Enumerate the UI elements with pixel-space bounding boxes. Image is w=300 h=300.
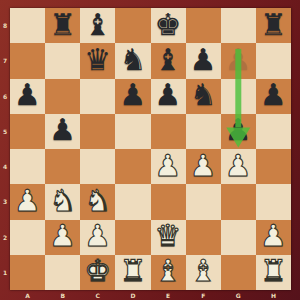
square-a3[interactable]: ♟: [10, 184, 45, 219]
square-d4[interactable]: [115, 149, 150, 184]
square-d8[interactable]: [115, 8, 150, 43]
file-label-g: G: [221, 290, 256, 300]
square-c5[interactable]: [80, 114, 115, 149]
white-bishop[interactable]: ♝: [155, 256, 182, 286]
square-f5[interactable]: [186, 114, 221, 149]
file-label-d: D: [115, 290, 150, 300]
square-f7[interactable]: ♟: [186, 43, 221, 78]
black-pawn[interactable]: ♟: [49, 115, 76, 145]
square-a5[interactable]: [10, 114, 45, 149]
white-pawn[interactable]: ♟: [14, 186, 41, 216]
rank-label-2: 2: [0, 220, 10, 255]
black-knight[interactable]: ♞: [190, 80, 217, 110]
square-a7[interactable]: [10, 43, 45, 78]
square-a8[interactable]: [10, 8, 45, 43]
square-e2[interactable]: ♛: [151, 220, 186, 255]
rank-label-4: 4: [0, 149, 10, 184]
file-label-a: A: [10, 290, 45, 300]
square-c2[interactable]: ♟: [80, 220, 115, 255]
square-g1[interactable]: [221, 255, 256, 290]
square-d6[interactable]: ♟: [115, 79, 150, 114]
black-bishop[interactable]: ♝: [84, 10, 111, 40]
white-pawn[interactable]: ♟: [190, 151, 217, 181]
square-d3[interactable]: [115, 184, 150, 219]
file-label-e: E: [151, 290, 186, 300]
white-pawn[interactable]: ♟: [84, 221, 111, 251]
square-b3[interactable]: ♞: [45, 184, 80, 219]
white-rook[interactable]: ♜: [119, 256, 146, 286]
rank-label-5: 5: [0, 114, 10, 149]
square-a1[interactable]: [10, 255, 45, 290]
square-h3[interactable]: [256, 184, 291, 219]
square-h4[interactable]: [256, 149, 291, 184]
square-c1[interactable]: ♚: [80, 255, 115, 290]
black-pawn[interactable]: ♟: [155, 80, 182, 110]
square-f3[interactable]: [186, 184, 221, 219]
black-pawn[interactable]: ♟: [260, 80, 287, 110]
black-bishop[interactable]: ♝: [155, 45, 182, 75]
square-g2[interactable]: [221, 220, 256, 255]
square-b7[interactable]: [45, 43, 80, 78]
white-knight[interactable]: ♞: [84, 186, 111, 216]
square-b6[interactable]: [45, 79, 80, 114]
file-label-b: B: [45, 290, 80, 300]
rank-label-7: 7: [0, 43, 10, 78]
square-e5[interactable]: [151, 114, 186, 149]
black-knight[interactable]: ♞: [119, 45, 146, 75]
square-a2[interactable]: [10, 220, 45, 255]
black-queen[interactable]: ♛: [84, 45, 111, 75]
square-e1[interactable]: ♝: [151, 255, 186, 290]
square-e8[interactable]: ♚: [151, 8, 186, 43]
square-f8[interactable]: [186, 8, 221, 43]
white-knight[interactable]: ♞: [49, 186, 76, 216]
square-a6[interactable]: ♟: [10, 79, 45, 114]
square-e7[interactable]: ♝: [151, 43, 186, 78]
square-g8[interactable]: [221, 8, 256, 43]
square-g5[interactable]: ♟: [221, 114, 256, 149]
square-h2[interactable]: ♟: [256, 220, 291, 255]
white-pawn[interactable]: ♟: [260, 221, 287, 251]
file-labels: ABCDEFGH: [10, 290, 291, 300]
rank-label-8: 8: [0, 8, 10, 43]
square-d2[interactable]: [115, 220, 150, 255]
square-g4[interactable]: ♟: [221, 149, 256, 184]
square-f6[interactable]: ♞: [186, 79, 221, 114]
black-pawn[interactable]: ♟: [190, 45, 217, 75]
square-d5[interactable]: [115, 114, 150, 149]
black-pawn[interactable]: ♟: [225, 115, 252, 145]
square-b5[interactable]: ♟: [45, 114, 80, 149]
chess-board-frame: 87654321 ABCDEFGH ♜♝♚♜♛♞♝♟♟♟♟♟♞♟♟♟♟♟♟♟♞♞…: [0, 0, 300, 300]
square-g7[interactable]: ♟: [221, 43, 256, 78]
rank-label-6: 6: [0, 79, 10, 114]
square-h5[interactable]: [256, 114, 291, 149]
file-label-c: C: [80, 290, 115, 300]
white-king[interactable]: ♚: [84, 256, 111, 286]
square-h6[interactable]: ♟: [256, 79, 291, 114]
ghost-pawn: ♟: [225, 45, 252, 75]
square-c6[interactable]: [80, 79, 115, 114]
square-d7[interactable]: ♞: [115, 43, 150, 78]
white-rook[interactable]: ♜: [260, 256, 287, 286]
square-c7[interactable]: ♛: [80, 43, 115, 78]
rank-label-1: 1: [0, 255, 10, 290]
square-f4[interactable]: ♟: [186, 149, 221, 184]
square-a4[interactable]: [10, 149, 45, 184]
square-f1[interactable]: ♝: [186, 255, 221, 290]
chess-board[interactable]: ♜♝♚♜♛♞♝♟♟♟♟♟♞♟♟♟♟♟♟♟♞♞♟♟♛♟♚♜♝♝♜: [10, 8, 291, 290]
rank-labels: 87654321: [0, 8, 10, 290]
square-c4[interactable]: [80, 149, 115, 184]
black-rook[interactable]: ♜: [49, 10, 76, 40]
black-pawn[interactable]: ♟: [119, 80, 146, 110]
square-d1[interactable]: ♜: [115, 255, 150, 290]
white-queen[interactable]: ♛: [155, 221, 182, 251]
black-pawn[interactable]: ♟: [14, 80, 41, 110]
square-e4[interactable]: ♟: [151, 149, 186, 184]
white-pawn[interactable]: ♟: [155, 151, 182, 181]
square-b4[interactable]: [45, 149, 80, 184]
square-h7[interactable]: [256, 43, 291, 78]
square-c8[interactable]: ♝: [80, 8, 115, 43]
square-h8[interactable]: ♜: [256, 8, 291, 43]
square-g6[interactable]: [221, 79, 256, 114]
square-e6[interactable]: ♟: [151, 79, 186, 114]
square-h1[interactable]: ♜: [256, 255, 291, 290]
white-pawn[interactable]: ♟: [49, 221, 76, 251]
square-b1[interactable]: [45, 255, 80, 290]
white-bishop[interactable]: ♝: [190, 256, 217, 286]
black-king[interactable]: ♚: [155, 10, 182, 40]
square-g3[interactable]: [221, 184, 256, 219]
square-c3[interactable]: ♞: [80, 184, 115, 219]
square-b8[interactable]: ♜: [45, 8, 80, 43]
square-f2[interactable]: [186, 220, 221, 255]
white-pawn[interactable]: ♟: [225, 151, 252, 181]
square-b2[interactable]: ♟: [45, 220, 80, 255]
black-rook[interactable]: ♜: [260, 10, 287, 40]
file-label-f: F: [186, 290, 221, 300]
file-label-h: H: [256, 290, 291, 300]
square-e3[interactable]: [151, 184, 186, 219]
rank-label-3: 3: [0, 184, 10, 219]
